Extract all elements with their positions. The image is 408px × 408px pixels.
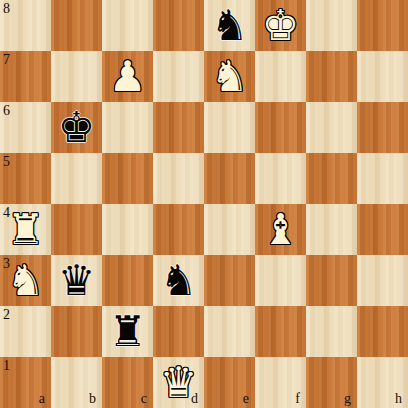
piece-black-king[interactable]: ♚ xyxy=(58,102,96,153)
piece-white-knight[interactable]: ♞ xyxy=(211,51,249,102)
piece-black-rook[interactable]: ♜ xyxy=(109,306,147,357)
rank-label-1: 1 xyxy=(3,359,10,373)
square-c6[interactable] xyxy=(102,102,153,153)
square-e1[interactable]: e xyxy=(204,357,255,408)
square-f8[interactable]: ♚ xyxy=(255,0,306,51)
square-d7[interactable] xyxy=(153,51,204,102)
square-h2[interactable] xyxy=(357,306,408,357)
square-h1[interactable]: h xyxy=(357,357,408,408)
rank-label-8: 8 xyxy=(3,2,10,16)
rank-label-2: 2 xyxy=(3,308,10,322)
square-c3[interactable] xyxy=(102,255,153,306)
square-g3[interactable] xyxy=(306,255,357,306)
square-c2[interactable]: ♜ xyxy=(102,306,153,357)
piece-white-king[interactable]: ♚ xyxy=(262,0,300,51)
square-b6[interactable]: ♚ xyxy=(51,102,102,153)
square-b4[interactable] xyxy=(51,204,102,255)
square-a3[interactable]: 3♞ xyxy=(0,255,51,306)
square-b2[interactable] xyxy=(51,306,102,357)
square-b1[interactable]: b xyxy=(51,357,102,408)
square-f6[interactable] xyxy=(255,102,306,153)
piece-black-knight[interactable]: ♞ xyxy=(211,0,249,51)
square-e4[interactable] xyxy=(204,204,255,255)
square-e7[interactable]: ♞ xyxy=(204,51,255,102)
chess-board: 8♞♚7♟♞6♚54♜♝3♞♛♞2♜1abcd♛efgh xyxy=(0,0,408,408)
square-h3[interactable] xyxy=(357,255,408,306)
square-c5[interactable] xyxy=(102,153,153,204)
square-g2[interactable] xyxy=(306,306,357,357)
square-f3[interactable] xyxy=(255,255,306,306)
piece-white-rook[interactable]: ♜ xyxy=(7,204,45,255)
square-h7[interactable] xyxy=(357,51,408,102)
square-a5[interactable]: 5 xyxy=(0,153,51,204)
piece-white-queen[interactable]: ♛ xyxy=(160,357,198,408)
square-b3[interactable]: ♛ xyxy=(51,255,102,306)
square-e8[interactable]: ♞ xyxy=(204,0,255,51)
square-d8[interactable] xyxy=(153,0,204,51)
rank-label-6: 6 xyxy=(3,104,10,118)
rank-label-7: 7 xyxy=(3,53,10,67)
square-b7[interactable] xyxy=(51,51,102,102)
square-f4[interactable]: ♝ xyxy=(255,204,306,255)
file-label-a: a xyxy=(39,392,45,406)
square-e5[interactable] xyxy=(204,153,255,204)
square-b8[interactable] xyxy=(51,0,102,51)
square-g6[interactable] xyxy=(306,102,357,153)
square-g4[interactable] xyxy=(306,204,357,255)
square-e6[interactable] xyxy=(204,102,255,153)
rank-label-5: 5 xyxy=(3,155,10,169)
square-f7[interactable] xyxy=(255,51,306,102)
square-g1[interactable]: g xyxy=(306,357,357,408)
square-f5[interactable] xyxy=(255,153,306,204)
file-label-f: f xyxy=(295,392,300,406)
square-h5[interactable] xyxy=(357,153,408,204)
square-e2[interactable] xyxy=(204,306,255,357)
square-g5[interactable] xyxy=(306,153,357,204)
file-label-c: c xyxy=(141,392,147,406)
square-a6[interactable]: 6 xyxy=(0,102,51,153)
square-a2[interactable]: 2 xyxy=(0,306,51,357)
square-d6[interactable] xyxy=(153,102,204,153)
square-d5[interactable] xyxy=(153,153,204,204)
square-a8[interactable]: 8 xyxy=(0,0,51,51)
square-a7[interactable]: 7 xyxy=(0,51,51,102)
square-a4[interactable]: 4♜ xyxy=(0,204,51,255)
square-c8[interactable] xyxy=(102,0,153,51)
piece-black-knight[interactable]: ♞ xyxy=(160,255,198,306)
square-c4[interactable] xyxy=(102,204,153,255)
square-c1[interactable]: c xyxy=(102,357,153,408)
square-f2[interactable] xyxy=(255,306,306,357)
square-d2[interactable] xyxy=(153,306,204,357)
square-e3[interactable] xyxy=(204,255,255,306)
file-label-h: h xyxy=(395,392,402,406)
file-label-b: b xyxy=(89,392,96,406)
square-b5[interactable] xyxy=(51,153,102,204)
square-h6[interactable] xyxy=(357,102,408,153)
square-h4[interactable] xyxy=(357,204,408,255)
square-a1[interactable]: 1a xyxy=(0,357,51,408)
square-f1[interactable]: f xyxy=(255,357,306,408)
piece-black-queen[interactable]: ♛ xyxy=(58,255,96,306)
square-d3[interactable]: ♞ xyxy=(153,255,204,306)
square-g7[interactable] xyxy=(306,51,357,102)
piece-white-knight[interactable]: ♞ xyxy=(7,255,45,306)
square-d4[interactable] xyxy=(153,204,204,255)
square-c7[interactable]: ♟ xyxy=(102,51,153,102)
file-label-g: g xyxy=(344,392,351,406)
file-label-e: e xyxy=(243,392,249,406)
piece-white-bishop[interactable]: ♝ xyxy=(262,204,300,255)
square-g8[interactable] xyxy=(306,0,357,51)
piece-white-pawn[interactable]: ♟ xyxy=(109,51,147,102)
square-d1[interactable]: d♛ xyxy=(153,357,204,408)
square-h8[interactable] xyxy=(357,0,408,51)
